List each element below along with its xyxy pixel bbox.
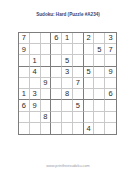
cell-r1c2 xyxy=(30,33,41,44)
cell-r6c7 xyxy=(84,89,95,100)
cell-r4c6 xyxy=(73,67,84,78)
cell-r9c9 xyxy=(105,123,116,134)
puzzle-title: Sudoku: Hard (Puzzle #A234) xyxy=(0,12,136,17)
cell-r7c7 xyxy=(84,100,95,111)
cell-r2c3 xyxy=(41,44,52,55)
cell-r8c8 xyxy=(94,112,105,123)
cell-r9c8 xyxy=(94,123,105,134)
cell-r2c1: 9 xyxy=(19,44,30,55)
cell-r4c8 xyxy=(94,67,105,78)
cell-r3c2: 1 xyxy=(30,55,41,66)
cell-r7c3 xyxy=(41,100,52,111)
cell-r7c8 xyxy=(94,100,105,111)
cell-r9c6 xyxy=(73,123,84,134)
cell-r8c3: 8 xyxy=(41,112,52,123)
cell-r4c9: 9 xyxy=(105,67,116,78)
cell-r2c5 xyxy=(62,44,73,55)
cell-r3c3 xyxy=(41,55,52,66)
cell-r8c9 xyxy=(105,112,116,123)
cell-r6c4 xyxy=(51,89,62,100)
cell-r5c8 xyxy=(94,78,105,89)
cell-r4c7: 5 xyxy=(84,67,95,78)
cell-r4c5: 3 xyxy=(62,67,73,78)
cell-r5c1 xyxy=(19,78,30,89)
cell-r9c1 xyxy=(19,123,30,134)
cell-r6c8 xyxy=(94,89,105,100)
cell-r3c4 xyxy=(51,55,62,66)
sudoku-board: 7612395715435997138669584 xyxy=(18,32,117,135)
cell-r9c4 xyxy=(51,123,62,134)
cell-r8c4 xyxy=(51,112,62,123)
cell-r9c2 xyxy=(30,123,41,134)
cell-r5c5 xyxy=(62,78,73,89)
cell-r2c7 xyxy=(84,44,95,55)
cell-r6c5: 8 xyxy=(62,89,73,100)
cell-r4c3 xyxy=(41,67,52,78)
cell-r6c1: 1 xyxy=(19,89,30,100)
cell-r6c3 xyxy=(41,89,52,100)
cell-r9c5 xyxy=(62,123,73,134)
cell-r5c6: 7 xyxy=(73,78,84,89)
cell-r3c1 xyxy=(19,55,30,66)
cell-r2c6 xyxy=(73,44,84,55)
cell-r7c5 xyxy=(62,100,73,111)
cell-r1c3 xyxy=(41,33,52,44)
footer-url: www.printfreesudoku.com xyxy=(0,164,136,168)
cell-r5c3: 9 xyxy=(41,78,52,89)
cell-r1c4: 6 xyxy=(51,33,62,44)
cell-r3c6 xyxy=(73,55,84,66)
cell-r2c9: 7 xyxy=(105,44,116,55)
cell-r3c9 xyxy=(105,55,116,66)
cell-r6c9: 6 xyxy=(105,89,116,100)
cell-r8c5 xyxy=(62,112,73,123)
cell-r6c6 xyxy=(73,89,84,100)
cell-r4c1 xyxy=(19,67,30,78)
cell-r7c6: 5 xyxy=(73,100,84,111)
cell-r3c5: 5 xyxy=(62,55,73,66)
cell-r7c4 xyxy=(51,100,62,111)
cell-r4c2: 4 xyxy=(30,67,41,78)
cell-r5c4 xyxy=(51,78,62,89)
cell-r5c9 xyxy=(105,78,116,89)
cell-r1c5: 1 xyxy=(62,33,73,44)
cell-r3c8 xyxy=(94,55,105,66)
cell-r1c1: 7 xyxy=(19,33,30,44)
cell-r5c7 xyxy=(84,78,95,89)
cell-r1c6 xyxy=(73,33,84,44)
cell-r2c2 xyxy=(30,44,41,55)
cell-r1c7: 2 xyxy=(84,33,95,44)
cell-r1c9: 3 xyxy=(105,33,116,44)
cell-r9c7: 4 xyxy=(84,123,95,134)
cell-r8c6 xyxy=(73,112,84,123)
cell-r1c8 xyxy=(94,33,105,44)
cell-r9c3 xyxy=(41,123,52,134)
cell-r4c4 xyxy=(51,67,62,78)
cell-r5c2 xyxy=(30,78,41,89)
cell-r7c9 xyxy=(105,100,116,111)
cell-r2c8: 5 xyxy=(94,44,105,55)
cell-r7c1: 6 xyxy=(19,100,30,111)
cell-r8c2 xyxy=(30,112,41,123)
cell-r6c2: 3 xyxy=(30,89,41,100)
cell-r7c2: 9 xyxy=(30,100,41,111)
cell-r8c1 xyxy=(19,112,30,123)
cell-r2c4 xyxy=(51,44,62,55)
cell-r3c7 xyxy=(84,55,95,66)
cell-r8c7 xyxy=(84,112,95,123)
